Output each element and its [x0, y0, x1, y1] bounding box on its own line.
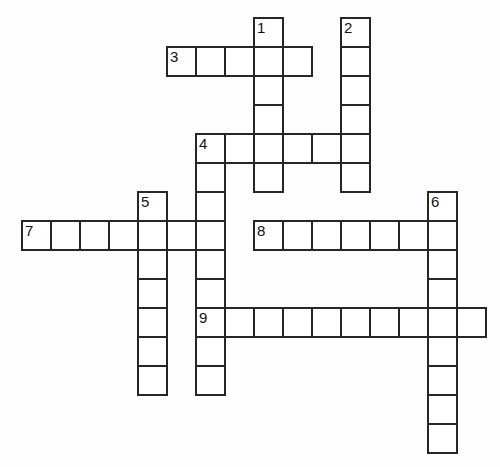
crossword-cell[interactable] [137, 249, 168, 280]
crossword-cell[interactable]: 7 [21, 220, 52, 251]
crossword-cell[interactable] [311, 133, 342, 164]
crossword-cell[interactable] [427, 336, 458, 367]
crossword-cell[interactable] [195, 191, 226, 222]
crossword-cell[interactable] [137, 220, 168, 251]
crossword-cell[interactable]: 9 [195, 307, 226, 338]
crossword-cell[interactable] [369, 307, 400, 338]
crossword-cell[interactable] [311, 220, 342, 251]
crossword-cell[interactable]: 6 [427, 191, 458, 222]
crossword-cell[interactable] [224, 133, 255, 164]
crossword-cell[interactable] [282, 307, 313, 338]
crossword-cell[interactable] [282, 220, 313, 251]
crossword-cell[interactable] [282, 46, 313, 77]
crossword-cell[interactable] [340, 162, 371, 193]
crossword-cell[interactable]: 8 [253, 220, 284, 251]
crossword-cell[interactable] [427, 307, 458, 338]
crossword-cell[interactable] [427, 220, 458, 251]
crossword-cell[interactable] [195, 336, 226, 367]
crossword-cell[interactable] [195, 220, 226, 251]
crossword-cell[interactable] [340, 46, 371, 77]
crossword-cell[interactable] [427, 365, 458, 396]
crossword-cell[interactable] [137, 336, 168, 367]
crossword-cell[interactable] [427, 394, 458, 425]
crossword-cell[interactable]: 5 [137, 191, 168, 222]
crossword-cell[interactable] [195, 249, 226, 280]
clue-number: 1 [257, 20, 265, 35]
crossword-cell[interactable]: 2 [340, 17, 371, 48]
clue-number: 8 [257, 223, 265, 238]
crossword-cell[interactable] [195, 162, 226, 193]
crossword-cell[interactable] [282, 133, 313, 164]
crossword-cell[interactable] [224, 307, 255, 338]
crossword-cell[interactable] [166, 220, 197, 251]
crossword-cell[interactable] [137, 278, 168, 309]
clue-number: 7 [25, 223, 33, 238]
crossword-cell[interactable] [427, 423, 458, 454]
clue-number: 4 [199, 136, 207, 151]
crossword-cell[interactable] [224, 46, 255, 77]
crossword-cell[interactable] [427, 249, 458, 280]
crossword-cell[interactable] [398, 307, 429, 338]
crossword-cell[interactable] [398, 220, 429, 251]
crossword-cell[interactable] [195, 365, 226, 396]
crossword-cell[interactable] [137, 307, 168, 338]
crossword-cell[interactable]: 1 [253, 17, 284, 48]
crossword-cell[interactable] [108, 220, 139, 251]
crossword-cell[interactable] [340, 220, 371, 251]
crossword-cell[interactable] [456, 307, 487, 338]
crossword-cell[interactable] [79, 220, 110, 251]
crossword-cell[interactable] [253, 162, 284, 193]
clue-number: 5 [141, 194, 149, 209]
crossword-cell[interactable] [253, 46, 284, 77]
crossword-cell[interactable] [195, 278, 226, 309]
crossword-board: 123456789 [22, 18, 486, 453]
crossword-cell[interactable] [253, 133, 284, 164]
crossword-cell[interactable] [137, 365, 168, 396]
crossword-cell[interactable] [340, 104, 371, 135]
crossword-cell[interactable] [340, 307, 371, 338]
crossword-cell[interactable]: 3 [166, 46, 197, 77]
crossword-cell[interactable] [253, 75, 284, 106]
clue-number: 6 [431, 194, 439, 209]
clue-number: 9 [199, 310, 207, 325]
crossword-cell[interactable]: 4 [195, 133, 226, 164]
crossword-cell[interactable] [50, 220, 81, 251]
crossword-cell[interactable] [427, 278, 458, 309]
crossword-cell[interactable] [253, 307, 284, 338]
crossword-cell[interactable] [340, 75, 371, 106]
crossword-cell[interactable] [253, 104, 284, 135]
crossword-cell[interactable] [369, 220, 400, 251]
crossword-cell[interactable] [195, 46, 226, 77]
crossword-diagram: 123456789 [0, 0, 500, 467]
clue-number: 3 [170, 49, 178, 64]
clue-number: 2 [344, 20, 352, 35]
crossword-cell[interactable] [311, 307, 342, 338]
crossword-cell[interactable] [340, 133, 371, 164]
